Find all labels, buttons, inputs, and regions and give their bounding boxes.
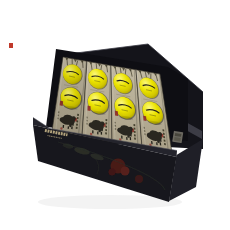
red-flower-icon	[135, 175, 143, 183]
golf-ball-box-scene	[0, 0, 230, 230]
red-flower-icon	[109, 169, 116, 176]
product-photo	[0, 0, 230, 230]
side-emblem-icon	[172, 131, 183, 143]
red-speck	[9, 43, 13, 48]
red-flower-icon	[121, 167, 130, 176]
